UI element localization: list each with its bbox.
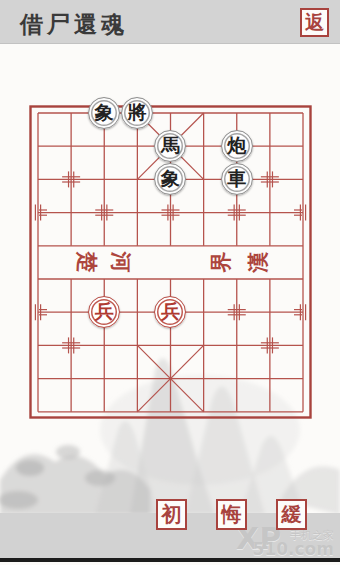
piece-red-soldier[interactable]: 兵 (154, 296, 186, 328)
piece-glyph: 車 (227, 166, 246, 192)
piece-black-elephant[interactable]: 象 (154, 163, 186, 195)
piece-black-cannon[interactable]: 炮 (221, 130, 253, 162)
watermark: XP 手机之家 510.com (236, 527, 334, 557)
piece-glyph: 兵 (95, 299, 114, 325)
undo-button[interactable]: 悔 (216, 499, 247, 530)
piece-red-soldier[interactable]: 兵 (88, 296, 120, 328)
piece-glyph: 兵 (161, 299, 180, 325)
watermark-domain: 510.com (253, 539, 334, 559)
app-screen: 楚 河 界 漢 象將馬炮象車兵兵 借尸還魂 返 初 悔 緩 XP 手机之家 51… (0, 0, 340, 565)
piece-glyph: 馬 (161, 133, 180, 159)
piece-glyph: 象 (95, 100, 114, 126)
piece-black-chariot[interactable]: 車 (221, 163, 253, 195)
piece-black-horse[interactable]: 馬 (154, 130, 186, 162)
piece-black-general[interactable]: 將 (121, 97, 153, 129)
piece-glyph: 炮 (227, 133, 246, 159)
page-title: 借尸還魂 (20, 9, 128, 40)
restart-button[interactable]: 初 (156, 499, 187, 530)
header-bar: 借尸還魂 返 (0, 0, 340, 44)
slow-button[interactable]: 緩 (276, 499, 307, 530)
piece-glyph: 將 (128, 100, 147, 126)
piece-grid[interactable]: 象將馬炮象車兵兵 (21, 96, 319, 428)
piece-black-elephant[interactable]: 象 (88, 97, 120, 129)
piece-glyph: 象 (161, 166, 180, 192)
back-button[interactable]: 返 (300, 8, 329, 37)
